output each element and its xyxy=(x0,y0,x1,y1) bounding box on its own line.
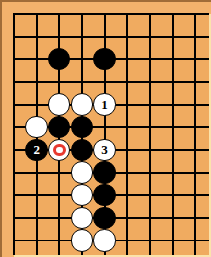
circle-marker-icon xyxy=(53,144,66,157)
stone-black xyxy=(48,116,70,138)
stone-white-move-1: 1 xyxy=(93,93,115,115)
stone-black xyxy=(71,139,93,161)
stone-black xyxy=(71,116,93,138)
stone-white xyxy=(71,184,93,206)
stone-white-move-3: 3 xyxy=(93,139,115,161)
stone-white xyxy=(71,161,93,183)
stone-white xyxy=(25,116,47,138)
stone-black xyxy=(93,207,115,229)
stone-black xyxy=(48,48,70,70)
move-number-label: 2 xyxy=(33,143,40,156)
move-number-label: 1 xyxy=(101,98,108,111)
stone-white xyxy=(71,207,93,229)
stone-white xyxy=(71,229,93,251)
go-board: 123 xyxy=(3,3,207,252)
move-number-label: 3 xyxy=(101,143,108,156)
stone-black xyxy=(93,184,115,206)
stone-white xyxy=(71,93,93,115)
stone-white xyxy=(93,229,115,251)
stone-black xyxy=(93,161,115,183)
stone-black-move-2: 2 xyxy=(25,139,47,161)
stone-white-circle-marked xyxy=(48,139,70,161)
go-diagram: 123 xyxy=(0,0,211,257)
stone-black xyxy=(93,48,115,70)
board-frame-edge xyxy=(209,2,211,14)
stone-white xyxy=(48,93,70,115)
